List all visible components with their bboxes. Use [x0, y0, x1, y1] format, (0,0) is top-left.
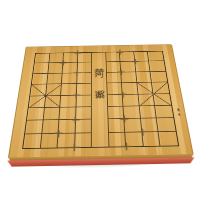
position-marker: [74, 50, 81, 55]
position-marker: [116, 50, 124, 55]
position-marker: [54, 130, 63, 137]
position-marker: [120, 116, 129, 123]
position-marker: [59, 60, 67, 65]
position-marker: [72, 92, 80, 98]
position-marker: [73, 70, 81, 76]
xiangqi-board-photo: 楚河 漢界: [0, 0, 200, 200]
board-tilt-wrapper: 楚河 漢界: [0, 0, 200, 200]
position-marker: [138, 128, 147, 135]
board-surface: 楚河 漢界: [8, 44, 194, 158]
xiangqi-grid: 楚河 漢界: [22, 51, 179, 149]
position-marker: [117, 70, 125, 76]
position-marker: [70, 143, 79, 151]
river-text-han: 漢界: [94, 100, 105, 106]
position-marker: [131, 59, 139, 64]
position-marker: [122, 143, 131, 151]
river-text-chu: 楚河: [94, 62, 104, 67]
position-marker: [71, 116, 80, 123]
position-marker: [119, 91, 127, 97]
